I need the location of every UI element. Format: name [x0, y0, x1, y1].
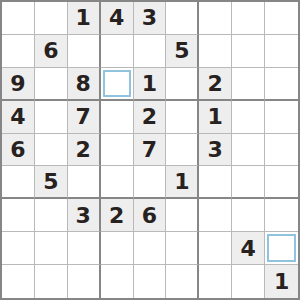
cell-r8c6[interactable]	[166, 232, 199, 265]
cell-r6c9[interactable]	[265, 166, 298, 199]
cell-r5c8[interactable]	[232, 134, 265, 167]
cell-r1c5[interactable]: 3	[134, 2, 167, 35]
cell-r1c4[interactable]: 4	[101, 2, 134, 35]
cell-r6c6[interactable]: 1	[166, 166, 199, 199]
cell-r7c9[interactable]	[265, 199, 298, 232]
cell-r4c6[interactable]	[166, 101, 199, 134]
cell-r8c1[interactable]	[2, 232, 35, 265]
cell-r1c7[interactable]	[199, 2, 232, 35]
cell-r8c8[interactable]: 4	[232, 232, 265, 265]
cell-r2c1[interactable]	[2, 35, 35, 68]
cell-r9c4[interactable]	[101, 265, 134, 298]
cell-r9c1[interactable]	[2, 265, 35, 298]
cell-r1c3[interactable]: 1	[68, 2, 101, 35]
cell-r8c9[interactable]	[265, 232, 298, 265]
cell-r8c3[interactable]	[68, 232, 101, 265]
cell-r1c8[interactable]	[232, 2, 265, 35]
cell-r4c9[interactable]	[265, 101, 298, 134]
cell-r2c2[interactable]: 6	[35, 35, 68, 68]
cell-r2c8[interactable]	[232, 35, 265, 68]
cell-r3c1[interactable]: 9	[2, 68, 35, 101]
cell-r8c5[interactable]	[134, 232, 167, 265]
cell-r5c6[interactable]	[166, 134, 199, 167]
cell-r3c3[interactable]: 8	[68, 68, 101, 101]
cell-r9c3[interactable]	[68, 265, 101, 298]
cell-r3c9[interactable]	[265, 68, 298, 101]
cell-r6c3[interactable]	[68, 166, 101, 199]
sudoku-board: 143659812472162735132641	[0, 0, 300, 300]
cell-r9c6[interactable]	[166, 265, 199, 298]
cell-r7c8[interactable]	[232, 199, 265, 232]
cell-r7c2[interactable]	[35, 199, 68, 232]
cell-r1c6[interactable]	[166, 2, 199, 35]
cell-r7c4[interactable]: 2	[101, 199, 134, 232]
cell-r3c7[interactable]: 2	[199, 68, 232, 101]
cell-r5c7[interactable]: 3	[199, 134, 232, 167]
cell-r2c6[interactable]: 5	[166, 35, 199, 68]
cell-r2c3[interactable]	[68, 35, 101, 68]
cell-r9c8[interactable]	[232, 265, 265, 298]
cell-r4c5[interactable]: 2	[134, 101, 167, 134]
cell-r9c2[interactable]	[35, 265, 68, 298]
cell-r1c1[interactable]	[2, 2, 35, 35]
cell-r5c9[interactable]	[265, 134, 298, 167]
cell-r5c4[interactable]	[101, 134, 134, 167]
cell-r2c5[interactable]	[134, 35, 167, 68]
cell-r4c4[interactable]	[101, 101, 134, 134]
cell-r5c3[interactable]: 2	[68, 134, 101, 167]
cell-r2c7[interactable]	[199, 35, 232, 68]
cell-r7c3[interactable]: 3	[68, 199, 101, 232]
cell-r6c7[interactable]	[199, 166, 232, 199]
cell-r4c3[interactable]: 7	[68, 101, 101, 134]
cell-r9c5[interactable]	[134, 265, 167, 298]
cell-r3c8[interactable]	[232, 68, 265, 101]
cell-r8c7[interactable]	[199, 232, 232, 265]
cell-r7c1[interactable]	[2, 199, 35, 232]
cell-r7c7[interactable]	[199, 199, 232, 232]
cell-r6c8[interactable]	[232, 166, 265, 199]
cell-r4c1[interactable]: 4	[2, 101, 35, 134]
cell-r1c2[interactable]	[35, 2, 68, 35]
cell-r7c6[interactable]	[166, 199, 199, 232]
cell-r5c2[interactable]	[35, 134, 68, 167]
cell-r5c5[interactable]: 7	[134, 134, 167, 167]
cell-r3c6[interactable]	[166, 68, 199, 101]
cell-r4c8[interactable]	[232, 101, 265, 134]
cell-r6c4[interactable]	[101, 166, 134, 199]
cell-r6c5[interactable]	[134, 166, 167, 199]
cell-r7c5[interactable]: 6	[134, 199, 167, 232]
cell-r4c2[interactable]	[35, 101, 68, 134]
cell-r9c9[interactable]: 1	[265, 265, 298, 298]
cell-r8c2[interactable]	[35, 232, 68, 265]
cell-r4c7[interactable]: 1	[199, 101, 232, 134]
cell-r5c1[interactable]: 6	[2, 134, 35, 167]
cell-r1c9[interactable]	[265, 2, 298, 35]
cell-r2c9[interactable]	[265, 35, 298, 68]
cell-r3c5[interactable]: 1	[134, 68, 167, 101]
cell-r2c4[interactable]	[101, 35, 134, 68]
cell-r6c1[interactable]	[2, 166, 35, 199]
cell-r3c2[interactable]	[35, 68, 68, 101]
cell-r3c4[interactable]	[101, 68, 134, 101]
cell-r6c2[interactable]: 5	[35, 166, 68, 199]
cell-r8c4[interactable]	[101, 232, 134, 265]
cell-r9c7[interactable]	[199, 265, 232, 298]
